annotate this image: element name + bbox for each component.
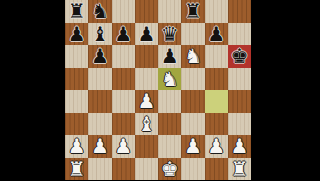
- square-f1[interactable]: [181, 158, 204, 181]
- white-pawn[interactable]: ♟: [228, 135, 251, 158]
- white-rook[interactable]: ♜: [65, 158, 88, 181]
- square-b4[interactable]: [88, 90, 111, 113]
- square-b8[interactable]: ♞: [88, 0, 111, 23]
- square-d7[interactable]: ♟: [135, 23, 158, 46]
- square-h1[interactable]: ♜: [228, 158, 251, 181]
- square-a2[interactable]: ♟: [65, 135, 88, 158]
- black-pawn[interactable]: ♟: [135, 23, 158, 46]
- square-c1[interactable]: [112, 158, 135, 181]
- square-g7[interactable]: ♟: [205, 23, 228, 46]
- square-e5[interactable]: ♞: [158, 68, 181, 91]
- white-knight[interactable]: ♞: [181, 45, 204, 68]
- black-rook[interactable]: ♜: [181, 0, 204, 23]
- black-knight[interactable]: ♞: [88, 0, 111, 23]
- square-g1[interactable]: [205, 158, 228, 181]
- black-pawn[interactable]: ♟: [65, 23, 88, 46]
- square-a1[interactable]: ♜: [65, 158, 88, 181]
- square-d6[interactable]: [135, 45, 158, 68]
- square-f2[interactable]: ♟: [181, 135, 204, 158]
- square-c2[interactable]: ♟: [112, 135, 135, 158]
- square-d5[interactable]: [135, 68, 158, 91]
- black-pawn[interactable]: ♟: [112, 23, 135, 46]
- square-h6[interactable]: ♚: [228, 45, 251, 68]
- square-e1[interactable]: ♚: [158, 158, 181, 181]
- black-pawn[interactable]: ♟: [205, 23, 228, 46]
- square-a7[interactable]: ♟: [65, 23, 88, 46]
- black-pawn[interactable]: ♟: [88, 45, 111, 68]
- square-c4[interactable]: [112, 90, 135, 113]
- black-rook[interactable]: ♜: [65, 0, 88, 23]
- white-bishop[interactable]: ♝: [135, 113, 158, 136]
- square-a6[interactable]: [65, 45, 88, 68]
- chess-board: ♜♞♜♟♝♟♟♛♟♟♟♞♚♞♟♝♟♟♟♟♟♟♜♚♜: [65, 0, 251, 180]
- black-queen[interactable]: ♛: [158, 23, 181, 46]
- square-f5[interactable]: [181, 68, 204, 91]
- square-g4[interactable]: [205, 90, 228, 113]
- white-king[interactable]: ♚: [158, 158, 181, 181]
- square-e2[interactable]: [158, 135, 181, 158]
- square-d1[interactable]: [135, 158, 158, 181]
- square-b7[interactable]: ♝: [88, 23, 111, 46]
- square-b2[interactable]: ♟: [88, 135, 111, 158]
- square-c6[interactable]: [112, 45, 135, 68]
- square-f3[interactable]: [181, 113, 204, 136]
- square-b6[interactable]: ♟: [88, 45, 111, 68]
- square-a3[interactable]: [65, 113, 88, 136]
- square-a4[interactable]: [65, 90, 88, 113]
- square-b3[interactable]: [88, 113, 111, 136]
- black-pawn[interactable]: ♟: [158, 45, 181, 68]
- square-d8[interactable]: [135, 0, 158, 23]
- square-e6[interactable]: ♟: [158, 45, 181, 68]
- square-h5[interactable]: [228, 68, 251, 91]
- square-f6[interactable]: ♞: [181, 45, 204, 68]
- square-b1[interactable]: [88, 158, 111, 181]
- square-g8[interactable]: [205, 0, 228, 23]
- white-pawn[interactable]: ♟: [135, 90, 158, 113]
- black-king[interactable]: ♚: [228, 45, 251, 68]
- square-g2[interactable]: ♟: [205, 135, 228, 158]
- square-a8[interactable]: ♜: [65, 0, 88, 23]
- square-d3[interactable]: ♝: [135, 113, 158, 136]
- square-h7[interactable]: [228, 23, 251, 46]
- square-f8[interactable]: ♜: [181, 0, 204, 23]
- video-frame: ♜♞♜♟♝♟♟♛♟♟♟♞♚♞♟♝♟♟♟♟♟♟♜♚♜: [0, 0, 320, 180]
- black-bishop[interactable]: ♝: [88, 23, 111, 46]
- white-pawn[interactable]: ♟: [65, 135, 88, 158]
- square-d4[interactable]: ♟: [135, 90, 158, 113]
- square-g3[interactable]: [205, 113, 228, 136]
- white-knight[interactable]: ♞: [158, 68, 181, 91]
- white-pawn[interactable]: ♟: [181, 135, 204, 158]
- square-a5[interactable]: [65, 68, 88, 91]
- square-e8[interactable]: [158, 0, 181, 23]
- square-d2[interactable]: [135, 135, 158, 158]
- square-f4[interactable]: [181, 90, 204, 113]
- square-c5[interactable]: [112, 68, 135, 91]
- letterbox-right: [251, 0, 320, 180]
- square-e4[interactable]: [158, 90, 181, 113]
- white-pawn[interactable]: ♟: [88, 135, 111, 158]
- white-rook[interactable]: ♜: [228, 158, 251, 181]
- square-e7[interactable]: ♛: [158, 23, 181, 46]
- letterbox-left: [0, 0, 65, 180]
- square-h2[interactable]: ♟: [228, 135, 251, 158]
- square-c8[interactable]: [112, 0, 135, 23]
- square-f7[interactable]: [181, 23, 204, 46]
- square-g5[interactable]: [205, 68, 228, 91]
- square-h3[interactable]: [228, 113, 251, 136]
- square-h4[interactable]: [228, 90, 251, 113]
- square-c7[interactable]: ♟: [112, 23, 135, 46]
- square-g6[interactable]: [205, 45, 228, 68]
- square-h8[interactable]: [228, 0, 251, 23]
- white-pawn[interactable]: ♟: [205, 135, 228, 158]
- square-e3[interactable]: [158, 113, 181, 136]
- square-b5[interactable]: [88, 68, 111, 91]
- square-c3[interactable]: [112, 113, 135, 136]
- white-pawn[interactable]: ♟: [112, 135, 135, 158]
